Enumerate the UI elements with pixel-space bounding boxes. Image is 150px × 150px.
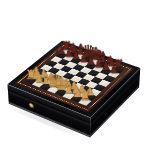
chess-box-assembly: ♜♞♝♛♚♝♞♜♟♟♟♟♟♟♟♟♟♟♟♟♟♟♟♟♜♞♝♛♚♝♞♜ <box>7 41 140 118</box>
piece-white-rook[interactable]: ♜ <box>75 79 94 102</box>
piece-black-pawn[interactable]: ♟ <box>105 52 123 74</box>
drawer-knob[interactable] <box>29 103 33 109</box>
white-rook-glyph: ♜ <box>79 88 91 102</box>
black-pawn-glyph: ♟ <box>109 63 119 74</box>
chess-set-photo: ♜♞♝♛♚♝♞♜♟♟♟♟♟♟♟♟♟♟♟♟♟♟♟♟♜♞♝♛♚♝♞♜ <box>0 0 150 150</box>
